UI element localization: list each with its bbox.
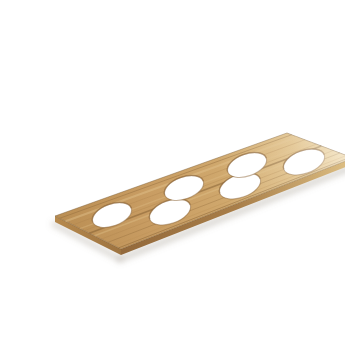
product-photo-svg <box>40 16 345 345</box>
tray-product-photo <box>40 16 345 345</box>
right-end-highlight <box>55 133 345 249</box>
